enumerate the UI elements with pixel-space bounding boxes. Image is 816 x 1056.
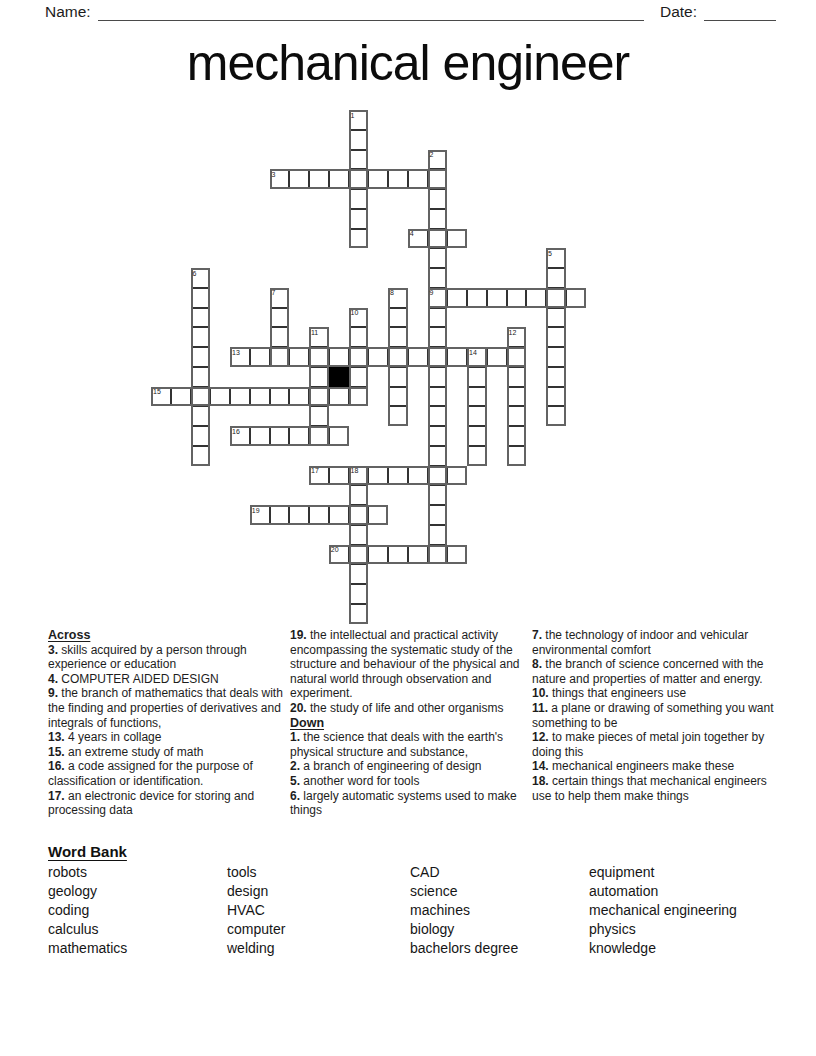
grid-cell[interactable] [349,110,369,130]
page-title: mechanical engineer [0,34,816,92]
grid-cell[interactable] [467,367,487,387]
word-bank-item: CAD [410,863,589,882]
grid-cell[interactable] [289,387,309,407]
grid-cell[interactable] [329,505,349,525]
clue-9: 9. the branch of mathematics that deals … [48,686,289,730]
grid-cell[interactable] [309,387,329,407]
grid-cell[interactable] [349,229,369,249]
word-bank-item: mechanical engineering [589,901,737,920]
grid-cell[interactable] [349,485,369,505]
grid-cell[interactable] [388,308,408,328]
grid-cell[interactable] [329,347,349,367]
grid-cell[interactable] [467,446,487,466]
grid-cell[interactable] [349,505,369,525]
grid-cell[interactable] [349,130,369,150]
grid-cell[interactable] [250,387,270,407]
grid-cell[interactable] [309,347,329,367]
grid-cell[interactable] [408,545,428,565]
word-bank-item: robots [48,863,227,882]
clue-number: 10. [532,686,549,700]
word-bank: robotsgeologycodingcalculusmathematicsto… [48,863,793,958]
grid-cell[interactable] [191,446,211,466]
grid-cell[interactable] [546,327,566,347]
grid-cell[interactable] [428,485,448,505]
grid-cell[interactable] [349,545,369,565]
grid-cell[interactable] [507,387,527,407]
word-bank-item: machines [410,901,589,920]
grid-cell[interactable] [349,209,369,229]
across-header: Across [48,628,289,643]
grid-cell[interactable] [546,387,566,407]
grid-cell[interactable] [408,229,428,249]
word-bank-item: coding [48,901,227,920]
grid-cell[interactable] [428,248,448,268]
grid-cell[interactable] [230,347,250,367]
grid-cell[interactable] [349,189,369,209]
word-bank-item: science [410,882,589,901]
clue-4: 4. COMPUTER AIDED DESIGN [48,672,289,687]
date-label: Date: [660,3,697,21]
grid-cell[interactable] [309,406,329,426]
down-header: Down [290,716,530,731]
grid-cell[interactable] [428,169,448,189]
word-bank-item: biology [410,920,589,939]
grid-cell[interactable] [250,426,270,446]
grid-cell[interactable] [329,387,349,407]
grid-cell[interactable] [507,347,527,367]
grid-cell[interactable] [349,308,369,328]
grid-cell[interactable] [428,268,448,288]
grid-cell[interactable] [428,347,448,367]
grid-cell[interactable] [447,545,467,565]
clue-number: 2. [290,759,300,773]
grid-cell[interactable] [289,505,309,525]
grid-cell[interactable] [546,288,566,308]
grid-cell[interactable] [546,248,566,268]
grid-cell[interactable] [349,466,369,486]
grid-cell[interactable] [428,209,448,229]
grid-cell[interactable] [428,545,448,565]
clue-8: 8. the branch of science concerned with … [532,657,778,686]
grid-cell[interactable] [349,525,369,545]
clue-6: 6. largely automatic systems used to mak… [290,789,530,818]
grid-cell[interactable] [309,466,329,486]
word-bank-column: CADsciencemachinesbiologybachelors degre… [410,863,589,958]
word-bank-column: toolsdesignHVACcomputerwelding [227,863,410,958]
grid-cell[interactable] [349,347,369,367]
clue-number: 9. [48,686,58,700]
grid-cell[interactable] [368,505,388,525]
word-bank-item: welding [227,939,410,958]
grid-cell[interactable] [388,387,408,407]
clue-number: 5. [290,774,300,788]
name-date-bar: Name: Date: [45,3,776,21]
clue-number: 8. [532,657,542,671]
clue-17: 17. an electronic device for storing and… [48,789,289,818]
grid-cell[interactable] [507,288,527,308]
grid-cell[interactable] [408,347,428,367]
grid-cell[interactable] [191,308,211,328]
clue-7: 7. the technology of indoor and vehicula… [532,628,778,657]
clue-number: 13. [48,730,65,744]
word-bank-column: robotsgeologycodingcalculusmathematics [48,863,227,958]
clue-11: 11. a plane or drawing of something you … [532,701,778,730]
grid-cell[interactable] [309,169,329,189]
grid-cell[interactable] [191,367,211,387]
clue-number: 17. [48,789,65,803]
word-bank-header: Word Bank [48,843,127,860]
grid-cell[interactable] [546,268,566,288]
grid-cell[interactable] [487,347,507,367]
clue-number: 6. [290,789,300,803]
grid-cell[interactable] [447,347,467,367]
word-bank-item: calculus [48,920,227,939]
grid-cell[interactable] [507,406,527,426]
grid-cell[interactable] [447,288,467,308]
clue-number: 19. [290,628,307,642]
clue-number: 4. [48,672,58,686]
grid-cell[interactable] [349,169,369,189]
word-bank-item: geology [48,882,227,901]
word-bank-item: HVAC [227,901,410,920]
grid-cell[interactable] [428,387,448,407]
grid-cell[interactable] [289,169,309,189]
grid-cell[interactable] [467,387,487,407]
down-clues-start: 1. the science that deals with the earth… [290,730,530,818]
clue-5: 5. another word for tools [290,774,530,789]
grid-cell[interactable] [210,387,230,407]
word-bank-item: knowledge [589,939,737,958]
grid-cell[interactable] [388,169,408,189]
grid-cell[interactable] [388,288,408,308]
clue-3: 3. skills acquired by a person through e… [48,643,289,672]
grid-cell[interactable] [349,387,369,407]
grid-cell[interactable] [507,426,527,446]
grid-cell[interactable] [329,169,349,189]
grid-cell[interactable] [349,327,369,347]
grid-cell[interactable] [388,347,408,367]
across-clues-continued: 19. the intellectual and practical activ… [290,628,530,716]
grid-cell[interactable] [428,446,448,466]
clue-15: 15. an extreme study of math [48,745,289,760]
grid-cell[interactable] [309,367,329,387]
clue-number: 11. [532,701,548,715]
grid-cell[interactable] [289,347,309,367]
grid-cell[interactable] [408,169,428,189]
word-bank-column: equipmentautomationmechanical engineerin… [589,863,737,958]
clue-number: 1. [290,730,300,744]
clue-column-left: Across 3. skills acquired by a person th… [48,628,289,818]
grid-cell[interactable] [329,466,349,486]
grid-cell[interactable] [447,229,467,249]
grid-cell[interactable] [546,308,566,328]
grid-cell[interactable] [309,505,329,525]
grid-cell[interactable] [467,426,487,446]
grid-cell[interactable] [507,367,527,387]
word-bank-item: bachelors degree [410,939,589,958]
grid-cell[interactable] [151,387,171,407]
grid-cell[interactable] [447,466,467,486]
grid-cell[interactable] [507,327,527,347]
word-bank-item: physics [589,920,737,939]
grid-cell[interactable] [368,466,388,486]
grid-cell[interactable] [507,446,527,466]
grid-cell[interactable] [289,426,309,446]
grid-cell[interactable] [428,189,448,209]
clue-number: 3. [48,643,58,657]
word-bank-item: equipment [589,863,737,882]
grid-cell[interactable] [388,406,408,426]
crossword-grid: 3491315161719201256781011121418 [151,110,586,624]
grid-cell[interactable] [250,505,270,525]
grid-cell[interactable] [487,288,507,308]
grid-cell[interactable] [230,387,250,407]
grid-cell[interactable] [566,288,586,308]
grid-cell[interactable] [546,406,566,426]
grid-cell[interactable] [270,347,290,367]
grid-cell[interactable] [428,367,448,387]
clue-1: 1. the science that deals with the earth… [290,730,530,759]
grid-cell[interactable] [349,584,369,604]
grid-cell[interactable] [428,525,448,545]
grid-cell[interactable] [270,426,290,446]
clue-number: 14. [532,759,549,773]
clue-2: 2. a branch of engineering of design [290,759,530,774]
grid-cell[interactable] [546,347,566,367]
grid-cell[interactable] [329,545,349,565]
clue-19: 19. the intellectual and practical activ… [290,628,530,701]
clue-column-middle: 19. the intellectual and practical activ… [290,628,530,818]
grid-cell[interactable] [368,347,388,367]
clue-number: 7. [532,628,542,642]
grid-cell[interactable] [526,288,546,308]
grid-cell[interactable] [467,406,487,426]
clue-18: 18. certain things that mechanical engin… [532,774,778,803]
grid-cell[interactable] [309,426,329,446]
grid-cell[interactable] [171,387,191,407]
grid-cell[interactable] [467,347,487,367]
grid-cell[interactable] [230,426,250,446]
grid-cell[interactable] [270,505,290,525]
grid-cell[interactable] [428,505,448,525]
grid-cell[interactable] [546,367,566,387]
grid-cell[interactable] [388,466,408,486]
grid-cell[interactable] [270,387,290,407]
clue-number: 12. [532,730,549,744]
grid-cell[interactable] [428,229,448,249]
grid-cell[interactable] [270,169,290,189]
grid-cell[interactable] [191,288,211,308]
grid-cell[interactable] [250,347,270,367]
clue-14: 14. mechanical engineers make these [532,759,778,774]
clue-16: 16. a code assigned for the purpose of c… [48,759,289,788]
word-bank-item: tools [227,863,410,882]
grid-cell[interactable] [270,288,290,308]
grid-cell[interactable] [428,327,448,347]
grid-cell[interactable] [270,308,290,328]
word-bank-item: mathematics [48,939,227,958]
clue-number: 18. [532,774,549,788]
word-bank-item: design [227,882,410,901]
grid-cell[interactable] [388,367,408,387]
grid-cell[interactable] [467,288,487,308]
clue-20: 20. the study of life and other organism… [290,701,530,716]
clue-number: 15. [48,745,65,759]
clue-column-right: 7. the technology of indoor and vehicula… [532,628,778,803]
grid-cell[interactable] [191,426,211,446]
name-blank-line [98,8,644,21]
grid-cell[interactable] [428,308,448,328]
grid-cell[interactable] [270,327,290,347]
grid-cell[interactable] [349,150,369,170]
word-bank-item: automation [589,882,737,901]
grid-cell[interactable] [408,466,428,486]
grid-cell[interactable] [191,406,211,426]
grid-cell[interactable] [428,466,448,486]
grid-cell[interactable] [428,426,448,446]
grid-cell[interactable] [309,327,329,347]
name-label: Name: [45,3,91,21]
grid-cell[interactable] [349,564,369,584]
date-blank-line [704,8,776,21]
grid-cell[interactable] [388,327,408,347]
grid-cell[interactable] [191,387,211,407]
grid-cell[interactable] [329,426,349,446]
grid-cell[interactable] [428,150,448,170]
grid-cell[interactable] [191,327,211,347]
grid-cell[interactable] [388,545,408,565]
grid-cell[interactable] [368,545,388,565]
grid-cell[interactable] [428,406,448,426]
grid-cell[interactable] [368,169,388,189]
clue-number: 20. [290,701,307,715]
grid-cell[interactable] [349,367,369,387]
clue-10: 10. things that engineers use [532,686,778,701]
grid-cell[interactable] [349,604,369,624]
clue-12: 12. to make pieces of metal join togethe… [532,730,778,759]
word-bank-item: computer [227,920,410,939]
clue-13: 13. 4 years in collage [48,730,289,745]
grid-cell[interactable] [191,268,211,288]
black-cell [329,367,349,387]
grid-cell[interactable] [191,347,211,367]
clue-number: 16. [48,759,65,773]
grid-cell[interactable] [428,288,448,308]
